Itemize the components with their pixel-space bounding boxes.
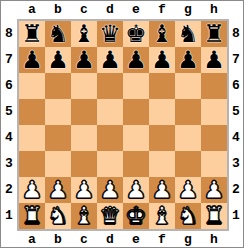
black-queen-d8[interactable]: ♛ xyxy=(99,22,121,46)
square-d2[interactable]: ♟ xyxy=(97,177,123,203)
square-h8[interactable]: ♜ xyxy=(201,21,227,47)
black-king-e8[interactable]: ♚ xyxy=(125,22,147,46)
square-b4[interactable] xyxy=(45,125,71,151)
square-b7[interactable]: ♟ xyxy=(45,47,71,73)
square-a1[interactable]: ♜ xyxy=(19,203,45,229)
square-g7[interactable]: ♟ xyxy=(175,47,201,73)
square-f7[interactable]: ♟ xyxy=(149,47,175,73)
rank-labels-left: 87654321 xyxy=(1,21,17,229)
square-e4[interactable] xyxy=(123,125,149,151)
square-c5[interactable] xyxy=(71,99,97,125)
square-f5[interactable] xyxy=(149,99,175,125)
black-pawn-e7[interactable]: ♟ xyxy=(125,48,147,72)
square-b5[interactable] xyxy=(45,99,71,125)
square-e7[interactable]: ♟ xyxy=(123,47,149,73)
file-label-top-a: a xyxy=(19,1,45,19)
square-f2[interactable]: ♟ xyxy=(149,177,175,203)
black-pawn-f7[interactable]: ♟ xyxy=(151,48,173,72)
square-h5[interactable] xyxy=(201,99,227,125)
white-rook-a1[interactable]: ♜ xyxy=(21,204,43,228)
rank-label-right-7: 7 xyxy=(229,47,243,73)
white-pawn-b2[interactable]: ♟ xyxy=(47,178,69,202)
file-label-top-e: e xyxy=(123,1,149,19)
square-h7[interactable]: ♟ xyxy=(201,47,227,73)
square-c6[interactable] xyxy=(71,73,97,99)
square-e2[interactable]: ♟ xyxy=(123,177,149,203)
square-h6[interactable] xyxy=(201,73,227,99)
file-label-top-h: h xyxy=(201,1,227,19)
file-label-bottom-f: f xyxy=(149,231,175,247)
square-c4[interactable] xyxy=(71,125,97,151)
file-label-top-b: b xyxy=(45,1,71,19)
white-pawn-c2[interactable]: ♟ xyxy=(73,178,95,202)
square-h1[interactable]: ♜ xyxy=(201,203,227,229)
square-a3[interactable] xyxy=(19,151,45,177)
square-h3[interactable] xyxy=(201,151,227,177)
rank-label-left-4: 4 xyxy=(1,125,17,151)
square-f3[interactable] xyxy=(149,151,175,177)
black-rook-a8[interactable]: ♜ xyxy=(21,22,43,46)
rank-label-right-1: 1 xyxy=(229,203,243,229)
white-bishop-c1[interactable]: ♝ xyxy=(73,204,95,228)
file-label-bottom-c: c xyxy=(71,231,97,247)
rank-label-right-6: 6 xyxy=(229,73,243,99)
rank-label-left-7: 7 xyxy=(1,47,17,73)
square-a5[interactable] xyxy=(19,99,45,125)
chess-diagram: abcdefgh 87654321 ♜♞♝♛♚♝♞♜♟♟♟♟♟♟♟♟♟♟♟♟♟♟… xyxy=(0,0,244,248)
white-pawn-g2[interactable]: ♟ xyxy=(177,178,199,202)
square-g3[interactable] xyxy=(175,151,201,177)
square-b8[interactable]: ♞ xyxy=(45,21,71,47)
file-label-top-d: d xyxy=(97,1,123,19)
rank-label-left-2: 2 xyxy=(1,177,17,203)
black-pawn-d7[interactable]: ♟ xyxy=(99,48,121,72)
square-d5[interactable] xyxy=(97,99,123,125)
white-knight-g1[interactable]: ♞ xyxy=(177,204,199,228)
square-e3[interactable] xyxy=(123,151,149,177)
square-c2[interactable]: ♟ xyxy=(71,177,97,203)
square-g1[interactable]: ♞ xyxy=(175,203,201,229)
white-pawn-e2[interactable]: ♟ xyxy=(125,178,147,202)
square-e8[interactable]: ♚ xyxy=(123,21,149,47)
black-knight-b8[interactable]: ♞ xyxy=(47,22,69,46)
file-label-top-f: f xyxy=(149,1,175,19)
chess-board[interactable]: ♜♞♝♛♚♝♞♜♟♟♟♟♟♟♟♟♟♟♟♟♟♟♟♟♜♞♝♛♚♝♞♜ xyxy=(17,19,229,231)
square-g5[interactable] xyxy=(175,99,201,125)
black-pawn-a7[interactable]: ♟ xyxy=(21,48,43,72)
square-f4[interactable] xyxy=(149,125,175,151)
white-king-e1[interactable]: ♚ xyxy=(125,204,147,228)
square-g4[interactable] xyxy=(175,125,201,151)
file-label-top-c: c xyxy=(71,1,97,19)
rank-label-right-5: 5 xyxy=(229,99,243,125)
square-f8[interactable]: ♝ xyxy=(149,21,175,47)
rank-label-right-2: 2 xyxy=(229,177,243,203)
square-d6[interactable] xyxy=(97,73,123,99)
white-bishop-f1[interactable]: ♝ xyxy=(151,204,173,228)
white-queen-d1[interactable]: ♛ xyxy=(99,204,121,228)
file-label-bottom-e: e xyxy=(123,231,149,247)
white-pawn-f2[interactable]: ♟ xyxy=(151,178,173,202)
square-g6[interactable] xyxy=(175,73,201,99)
rank-label-right-8: 8 xyxy=(229,21,243,47)
file-labels-top: abcdefgh xyxy=(19,1,227,19)
rank-label-right-3: 3 xyxy=(229,151,243,177)
square-g2[interactable]: ♟ xyxy=(175,177,201,203)
black-pawn-g7[interactable]: ♟ xyxy=(177,48,199,72)
square-c3[interactable] xyxy=(71,151,97,177)
white-pawn-h2[interactable]: ♟ xyxy=(203,178,225,202)
square-c7[interactable]: ♟ xyxy=(71,47,97,73)
black-bishop-c8[interactable]: ♝ xyxy=(73,22,95,46)
rank-label-left-8: 8 xyxy=(1,21,17,47)
square-f1[interactable]: ♝ xyxy=(149,203,175,229)
rank-label-left-5: 5 xyxy=(1,99,17,125)
file-label-top-g: g xyxy=(175,1,201,19)
file-label-bottom-a: a xyxy=(19,231,45,247)
square-a7[interactable]: ♟ xyxy=(19,47,45,73)
file-labels-bottom: abcdefgh xyxy=(19,231,227,247)
rank-label-left-1: 1 xyxy=(1,203,17,229)
square-b2[interactable]: ♟ xyxy=(45,177,71,203)
square-b6[interactable] xyxy=(45,73,71,99)
black-rook-h8[interactable]: ♜ xyxy=(203,22,225,46)
square-a2[interactable]: ♟ xyxy=(19,177,45,203)
file-label-bottom-d: d xyxy=(97,231,123,247)
square-d7[interactable]: ♟ xyxy=(97,47,123,73)
square-d4[interactable] xyxy=(97,125,123,151)
file-label-bottom-h: h xyxy=(201,231,227,247)
white-pawn-a2[interactable]: ♟ xyxy=(21,178,43,202)
black-knight-g8[interactable]: ♞ xyxy=(177,22,199,46)
file-label-bottom-b: b xyxy=(45,231,71,247)
square-f6[interactable] xyxy=(149,73,175,99)
square-h2[interactable]: ♟ xyxy=(201,177,227,203)
square-e6[interactable] xyxy=(123,73,149,99)
square-h4[interactable] xyxy=(201,125,227,151)
square-c8[interactable]: ♝ xyxy=(71,21,97,47)
rank-label-left-3: 3 xyxy=(1,151,17,177)
white-rook-h1[interactable]: ♜ xyxy=(203,204,225,228)
black-pawn-h7[interactable]: ♟ xyxy=(203,48,225,72)
rank-label-left-6: 6 xyxy=(1,73,17,99)
black-pawn-b7[interactable]: ♟ xyxy=(47,48,69,72)
black-pawn-c7[interactable]: ♟ xyxy=(73,48,95,72)
rank-label-right-4: 4 xyxy=(229,125,243,151)
square-d1[interactable]: ♛ xyxy=(97,203,123,229)
square-b1[interactable]: ♞ xyxy=(45,203,71,229)
square-g8[interactable]: ♞ xyxy=(175,21,201,47)
square-b3[interactable] xyxy=(45,151,71,177)
file-label-bottom-g: g xyxy=(175,231,201,247)
rank-labels-right: 87654321 xyxy=(229,21,243,229)
square-d3[interactable] xyxy=(97,151,123,177)
square-a6[interactable] xyxy=(19,73,45,99)
square-c1[interactable]: ♝ xyxy=(71,203,97,229)
white-pawn-d2[interactable]: ♟ xyxy=(99,178,121,202)
square-a8[interactable]: ♜ xyxy=(19,21,45,47)
square-a4[interactable] xyxy=(19,125,45,151)
black-bishop-f8[interactable]: ♝ xyxy=(151,22,173,46)
white-knight-b1[interactable]: ♞ xyxy=(47,204,69,228)
square-e1[interactable]: ♚ xyxy=(123,203,149,229)
square-e5[interactable] xyxy=(123,99,149,125)
square-d8[interactable]: ♛ xyxy=(97,21,123,47)
